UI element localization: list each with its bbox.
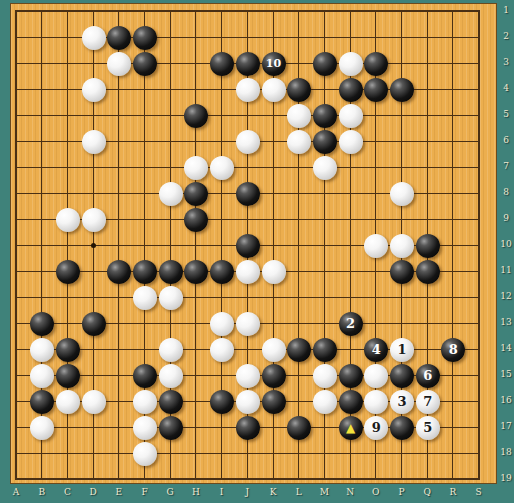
white-stone-G15[interactable]	[159, 364, 183, 388]
grid-line-horizontal	[15, 478, 480, 480]
go-board-screenshot: 12345678910▲ABCDEFGHIJKLMNOPQRS123456789…	[0, 0, 514, 503]
black-stone-N16[interactable]	[339, 390, 363, 414]
white-stone-I7[interactable]	[210, 156, 234, 180]
move-number-1: 1	[390, 338, 414, 362]
black-stone-H8[interactable]	[184, 182, 208, 206]
coord-number-1: 1	[498, 5, 514, 15]
white-stone-H7[interactable]	[184, 156, 208, 180]
black-stone-L4[interactable]	[287, 78, 311, 102]
black-stone-H11[interactable]	[184, 260, 208, 284]
coord-letter-H: H	[186, 487, 206, 497]
white-stone-D16[interactable]	[82, 390, 106, 414]
star-point-D10	[91, 243, 96, 248]
white-stone-G14[interactable]	[159, 338, 183, 362]
move-number-8: 8	[441, 338, 465, 362]
black-stone-J17[interactable]	[236, 416, 260, 440]
grid-line-horizontal	[15, 453, 480, 454]
coord-number-8: 8	[498, 187, 514, 197]
black-stone-P15[interactable]	[390, 364, 414, 388]
coord-letter-E: E	[109, 487, 129, 497]
black-stone-G17[interactable]	[159, 416, 183, 440]
white-stone-D2[interactable]	[82, 26, 106, 50]
white-stone-K11[interactable]	[262, 260, 286, 284]
white-stone-I13[interactable]	[210, 312, 234, 336]
coord-letter-C: C	[57, 487, 77, 497]
white-stone-O10[interactable]	[364, 234, 388, 258]
coord-letter-S: S	[469, 487, 489, 497]
white-stone-J15[interactable]	[236, 364, 260, 388]
grid-line-vertical	[452, 10, 453, 480]
black-stone-F15[interactable]	[133, 364, 157, 388]
black-stone-G11[interactable]	[159, 260, 183, 284]
coord-number-12: 12	[498, 291, 514, 301]
black-stone-N4[interactable]	[339, 78, 363, 102]
go-board: 12345678910▲ABCDEFGHIJKLMNOPQRS123456789…	[0, 0, 514, 503]
white-stone-B14[interactable]	[30, 338, 54, 362]
coord-letter-I: I	[212, 487, 232, 497]
coord-letter-O: O	[366, 487, 386, 497]
white-stone-J4[interactable]	[236, 78, 260, 102]
move-number-7: 7	[416, 390, 440, 414]
black-stone-M5[interactable]	[313, 104, 337, 128]
coord-letter-A: A	[6, 487, 26, 497]
grid-line-vertical	[478, 10, 480, 480]
white-stone-O16[interactable]	[364, 390, 388, 414]
coord-number-2: 2	[498, 31, 514, 41]
white-stone-F18[interactable]	[133, 442, 157, 466]
black-stone-C14[interactable]	[56, 338, 80, 362]
coord-number-4: 4	[498, 83, 514, 93]
black-stone-P17[interactable]	[390, 416, 414, 440]
white-stone-J6[interactable]	[236, 130, 260, 154]
coord-letter-F: F	[135, 487, 155, 497]
white-stone-G8[interactable]	[159, 182, 183, 206]
black-stone-O4[interactable]	[364, 78, 388, 102]
black-stone-N15[interactable]	[339, 364, 363, 388]
move-number-2: 2	[339, 312, 363, 336]
coord-letter-L: L	[289, 487, 309, 497]
white-stone-N6[interactable]	[339, 130, 363, 154]
white-stone-J16[interactable]	[236, 390, 260, 414]
black-stone-Q11[interactable]	[416, 260, 440, 284]
white-stone-F16[interactable]	[133, 390, 157, 414]
white-stone-B17[interactable]	[30, 416, 54, 440]
white-stone-I14[interactable]	[210, 338, 234, 362]
black-stone-B16[interactable]	[30, 390, 54, 414]
black-stone-F3[interactable]	[133, 52, 157, 76]
white-stone-F17[interactable]	[133, 416, 157, 440]
black-stone-D13[interactable]	[82, 312, 106, 336]
white-stone-P10[interactable]	[390, 234, 414, 258]
black-stone-F11[interactable]	[133, 260, 157, 284]
white-stone-K4[interactable]	[262, 78, 286, 102]
coord-number-7: 7	[498, 161, 514, 171]
coord-number-17: 17	[498, 421, 514, 431]
move-number-9: 9	[364, 416, 388, 440]
black-stone-C15[interactable]	[56, 364, 80, 388]
white-stone-M15[interactable]	[313, 364, 337, 388]
white-stone-L6[interactable]	[287, 130, 311, 154]
grid-line-horizontal	[15, 297, 480, 298]
move-number-5: 5	[416, 416, 440, 440]
white-stone-D9[interactable]	[82, 208, 106, 232]
black-stone-I16[interactable]	[210, 390, 234, 414]
coord-number-9: 9	[498, 213, 514, 223]
move-number-6: 6	[416, 364, 440, 388]
white-stone-J11[interactable]	[236, 260, 260, 284]
white-stone-M7[interactable]	[313, 156, 337, 180]
coord-number-15: 15	[498, 369, 514, 379]
coord-number-3: 3	[498, 57, 514, 67]
move-number-4: 4	[364, 338, 388, 362]
coord-letter-Q: Q	[417, 487, 437, 497]
white-stone-E3[interactable]	[107, 52, 131, 76]
coord-letter-D: D	[83, 487, 103, 497]
white-stone-J13[interactable]	[236, 312, 260, 336]
black-stone-C11[interactable]	[56, 260, 80, 284]
coord-number-5: 5	[498, 109, 514, 119]
black-stone-Q10[interactable]	[416, 234, 440, 258]
black-stone-I3[interactable]	[210, 52, 234, 76]
black-stone-L17[interactable]	[287, 416, 311, 440]
coord-letter-P: P	[392, 487, 412, 497]
coord-letter-G: G	[160, 487, 180, 497]
white-stone-L5[interactable]	[287, 104, 311, 128]
black-stone-H9[interactable]	[184, 208, 208, 232]
coord-number-13: 13	[498, 317, 514, 327]
black-stone-K15[interactable]	[262, 364, 286, 388]
black-stone-F2[interactable]	[133, 26, 157, 50]
black-stone-J8[interactable]	[236, 182, 260, 206]
black-stone-E2[interactable]	[107, 26, 131, 50]
white-stone-G12[interactable]	[159, 286, 183, 310]
white-stone-F12[interactable]	[133, 286, 157, 310]
coord-number-11: 11	[498, 265, 514, 275]
black-stone-J10[interactable]	[236, 234, 260, 258]
black-stone-G16[interactable]	[159, 390, 183, 414]
coord-number-6: 6	[498, 135, 514, 145]
move-number-10: 10	[262, 52, 286, 76]
black-stone-I11[interactable]	[210, 260, 234, 284]
black-stone-H5[interactable]	[184, 104, 208, 128]
black-stone-O3[interactable]	[364, 52, 388, 76]
coord-number-14: 14	[498, 343, 514, 353]
coord-letter-J: J	[237, 487, 257, 497]
white-stone-B15[interactable]	[30, 364, 54, 388]
black-stone-K16[interactable]	[262, 390, 286, 414]
black-stone-P4[interactable]	[390, 78, 414, 102]
coord-letter-M: M	[314, 487, 334, 497]
white-stone-C9[interactable]	[56, 208, 80, 232]
white-stone-P8[interactable]	[390, 182, 414, 206]
white-stone-D6[interactable]	[82, 130, 106, 154]
move-number-3: 3	[390, 390, 414, 414]
black-stone-E11[interactable]	[107, 260, 131, 284]
white-stone-O15[interactable]	[364, 364, 388, 388]
black-stone-B13[interactable]	[30, 312, 54, 336]
coord-letter-N: N	[340, 487, 360, 497]
white-stone-N3[interactable]	[339, 52, 363, 76]
white-stone-N5[interactable]	[339, 104, 363, 128]
coord-letter-B: B	[32, 487, 52, 497]
coord-letter-K: K	[263, 487, 283, 497]
triangle-marker-N17: ▲	[339, 416, 363, 440]
black-stone-J3[interactable]	[236, 52, 260, 76]
coord-number-19: 19	[498, 473, 514, 483]
black-stone-M14[interactable]	[313, 338, 337, 362]
white-stone-K14[interactable]	[262, 338, 286, 362]
black-stone-M3[interactable]	[313, 52, 337, 76]
coord-number-10: 10	[498, 239, 514, 249]
coord-number-16: 16	[498, 395, 514, 405]
white-stone-D4[interactable]	[82, 78, 106, 102]
coord-letter-R: R	[443, 487, 463, 497]
black-stone-P11[interactable]	[390, 260, 414, 284]
black-stone-L14[interactable]	[287, 338, 311, 362]
white-stone-M16[interactable]	[313, 390, 337, 414]
white-stone-C16[interactable]	[56, 390, 80, 414]
coord-number-18: 18	[498, 447, 514, 457]
black-stone-M6[interactable]	[313, 130, 337, 154]
